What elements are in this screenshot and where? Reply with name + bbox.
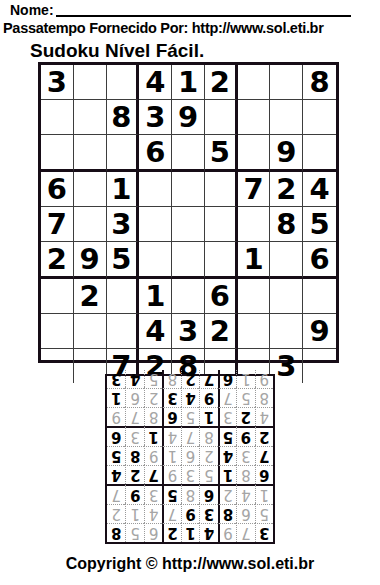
answer-cell: 1 xyxy=(107,388,125,407)
sudoku-cell: 6 xyxy=(205,279,238,314)
sudoku-cell xyxy=(74,65,107,100)
answer-cell: 4 xyxy=(162,426,180,446)
answer-cell: 1 xyxy=(125,504,143,523)
sudoku-cell: 6 xyxy=(139,135,172,172)
answer-cell: 6 xyxy=(125,388,143,407)
sudoku-cell xyxy=(205,100,238,135)
sudoku-grid: 341288396596172473852951621643297283 xyxy=(38,62,339,363)
sudoku-cell: 6 xyxy=(41,172,74,207)
answer-cell: 3 xyxy=(107,370,125,388)
answer-cell: 8 xyxy=(255,388,273,407)
sudoku-cell: 1 xyxy=(139,279,172,314)
answer-cell: 4 xyxy=(218,446,236,465)
answer-cell: 4 xyxy=(107,465,125,484)
sudoku-worksheet: Nome: Passatempo Fornecido Por: http://w… xyxy=(0,0,380,585)
sudoku-cell: 7 xyxy=(238,172,271,207)
sudoku-cell xyxy=(270,65,303,100)
sudoku-cell xyxy=(41,135,74,172)
sudoku-cell xyxy=(74,349,107,383)
answer-cell: 2 xyxy=(199,446,217,465)
answer-cell: 5 xyxy=(181,407,199,426)
answer-cell: 5 xyxy=(107,446,125,465)
answer-cell: 3 xyxy=(181,465,199,484)
sudoku-cell xyxy=(107,135,140,172)
answer-cell: 4 xyxy=(255,407,273,426)
answer-cell: 7 xyxy=(162,504,180,523)
sudoku-cell: 3 xyxy=(270,349,303,383)
answer-cell: 3 xyxy=(144,484,162,504)
sudoku-cell xyxy=(270,314,303,349)
sudoku-cell: 1 xyxy=(107,172,140,207)
answer-cell: 3 xyxy=(199,504,217,523)
sudoku-cell xyxy=(41,314,74,349)
sudoku-cell: 5 xyxy=(303,207,336,242)
answer-cell: 4 xyxy=(199,523,217,542)
sudoku-cell xyxy=(172,172,205,207)
answer-cell: 6 xyxy=(255,465,273,484)
answer-cell: 2 xyxy=(144,388,162,407)
sudoku-cell xyxy=(238,279,271,314)
sudoku-cell xyxy=(172,207,205,242)
sudoku-cell: 2 xyxy=(41,242,74,279)
sudoku-cell xyxy=(74,135,107,172)
sudoku-cell xyxy=(238,65,271,100)
answer-cell: 9 xyxy=(144,446,162,465)
answer-cell: 5 xyxy=(162,484,180,504)
page-title: Sudoku Nível Fácil. xyxy=(30,40,204,62)
answer-cell: 4 xyxy=(144,504,162,523)
answer-cell: 9 xyxy=(162,465,180,484)
sudoku-cell xyxy=(41,349,74,383)
answer-cell: 3 xyxy=(125,426,143,446)
sudoku-cell: 1 xyxy=(172,65,205,100)
answer-cell: 1 xyxy=(181,523,199,542)
sudoku-cell: 1 xyxy=(238,242,271,279)
answer-cell: 2 xyxy=(218,484,236,504)
answer-cell: 8 xyxy=(144,407,162,426)
answer-cell: 7 xyxy=(125,407,143,426)
sudoku-cell xyxy=(107,279,140,314)
answer-cell: 2 xyxy=(255,426,273,446)
sudoku-cell xyxy=(270,100,303,135)
sudoku-cell xyxy=(139,207,172,242)
sudoku-cell xyxy=(74,100,107,135)
answer-cell: 8 xyxy=(107,523,125,542)
sudoku-cell: 2 xyxy=(205,314,238,349)
sudoku-cell: 5 xyxy=(205,135,238,172)
answer-cell: 3 xyxy=(218,407,236,426)
answer-cell: 8 xyxy=(125,446,143,465)
answer-cell: 3 xyxy=(236,446,254,465)
answer-cell: 5 xyxy=(125,523,143,542)
answer-cell: 9 xyxy=(199,388,217,407)
answer-cell: 8 xyxy=(199,426,217,446)
sudoku-cell: 4 xyxy=(303,172,336,207)
sudoku-cell xyxy=(238,135,271,172)
answer-cell: 5 xyxy=(199,465,217,484)
answer-cell: 7 xyxy=(236,523,254,542)
sudoku-cell xyxy=(238,207,271,242)
answer-cell: 1 xyxy=(162,446,180,465)
sudoku-cell xyxy=(205,172,238,207)
answer-cell: 2 xyxy=(236,407,254,426)
sudoku-cell xyxy=(270,279,303,314)
answer-cell: 5 xyxy=(236,388,254,407)
answer-cell: 8 xyxy=(181,484,199,504)
answer-cell: 3 xyxy=(162,388,180,407)
answer-cell: 9 xyxy=(181,504,199,523)
answer-cell: 9 xyxy=(255,370,273,388)
answer-cell: 1 xyxy=(236,370,254,388)
answer-cell: 7 xyxy=(181,426,199,446)
sudoku-cell: 6 xyxy=(303,242,336,279)
sudoku-cell: 2 xyxy=(270,172,303,207)
answer-cell: 3 xyxy=(255,523,273,542)
answer-cell: 1 xyxy=(218,465,236,484)
copyright-text: Copyright © http://www.sol.eti.br xyxy=(0,555,380,573)
name-label: Nome: xyxy=(10,3,54,17)
sudoku-cell: 7 xyxy=(41,207,74,242)
answer-cell: 7 xyxy=(218,388,236,407)
sudoku-cell: 5 xyxy=(107,242,140,279)
sudoku-cell: 8 xyxy=(303,65,336,100)
answer-key-grid: 3794126585683974121426853976815397247342… xyxy=(105,374,275,544)
answer-cell: 9 xyxy=(125,484,143,504)
sudoku-cell xyxy=(139,242,172,279)
sudoku-cell: 8 xyxy=(107,100,140,135)
sudoku-cell xyxy=(238,100,271,135)
answer-cell: 5 xyxy=(218,426,236,446)
sudoku-cell xyxy=(41,279,74,314)
answer-cell: 9 xyxy=(236,426,254,446)
answer-cell: 6 xyxy=(218,370,236,388)
sudoku-cell xyxy=(238,314,271,349)
sudoku-cell: 9 xyxy=(270,135,303,172)
answer-cell: 6 xyxy=(199,484,217,504)
answer-cell: 7 xyxy=(255,446,273,465)
answer-cell: 1 xyxy=(255,484,273,504)
sudoku-cell xyxy=(303,100,336,135)
sudoku-cell: 4 xyxy=(139,65,172,100)
sudoku-cell xyxy=(303,349,336,383)
provided-by-text: Passatempo Fornecido Por: http://www.sol… xyxy=(3,20,324,36)
answer-cell: 6 xyxy=(236,504,254,523)
answer-cell: 2 xyxy=(125,465,143,484)
answer-cell: 6 xyxy=(181,446,199,465)
answer-cell: 4 xyxy=(125,370,143,388)
answer-cell: 5 xyxy=(144,370,162,388)
sudoku-cell xyxy=(172,279,205,314)
answer-cell: 9 xyxy=(107,407,125,426)
answer-cell: 8 xyxy=(218,504,236,523)
name-underline xyxy=(56,3,351,17)
answer-cell: 2 xyxy=(181,370,199,388)
answer-cell: 9 xyxy=(218,523,236,542)
sudoku-cell xyxy=(74,172,107,207)
sudoku-cell xyxy=(303,279,336,314)
sudoku-cell xyxy=(41,100,74,135)
sudoku-cell: 3 xyxy=(41,65,74,100)
answer-cell: 6 xyxy=(107,426,125,446)
sudoku-cell: 2 xyxy=(74,279,107,314)
sudoku-cell: 9 xyxy=(172,100,205,135)
answer-cell: 7 xyxy=(199,370,217,388)
answer-cell: 4 xyxy=(181,388,199,407)
sudoku-cell xyxy=(303,135,336,172)
answer-cell: 6 xyxy=(144,523,162,542)
sudoku-cell: 2 xyxy=(205,65,238,100)
answer-cell: 1 xyxy=(199,407,217,426)
name-row: Nome: xyxy=(10,3,351,17)
sudoku-cell: 9 xyxy=(303,314,336,349)
sudoku-cell: 3 xyxy=(172,314,205,349)
answer-cell: 8 xyxy=(236,465,254,484)
sudoku-cell xyxy=(205,242,238,279)
sudoku-cell: 4 xyxy=(139,314,172,349)
answer-cell: 2 xyxy=(107,504,125,523)
answer-cell: 5 xyxy=(255,504,273,523)
sudoku-cell xyxy=(172,135,205,172)
sudoku-cell xyxy=(107,314,140,349)
sudoku-cell xyxy=(74,314,107,349)
answer-cell: 7 xyxy=(144,465,162,484)
sudoku-cell: 3 xyxy=(107,207,140,242)
sudoku-cell xyxy=(139,172,172,207)
sudoku-cell: 8 xyxy=(270,207,303,242)
sudoku-cell xyxy=(270,242,303,279)
answer-cell: 6 xyxy=(162,407,180,426)
sudoku-cell xyxy=(205,207,238,242)
answer-cell: 7 xyxy=(107,484,125,504)
answer-cell: 4 xyxy=(236,484,254,504)
sudoku-cell: 9 xyxy=(74,242,107,279)
sudoku-cell: 3 xyxy=(139,100,172,135)
sudoku-cell xyxy=(172,242,205,279)
answer-cell: 2 xyxy=(162,523,180,542)
answer-cell: 1 xyxy=(144,426,162,446)
answer-cell: 8 xyxy=(162,370,180,388)
sudoku-cell xyxy=(74,207,107,242)
sudoku-cell xyxy=(107,65,140,100)
